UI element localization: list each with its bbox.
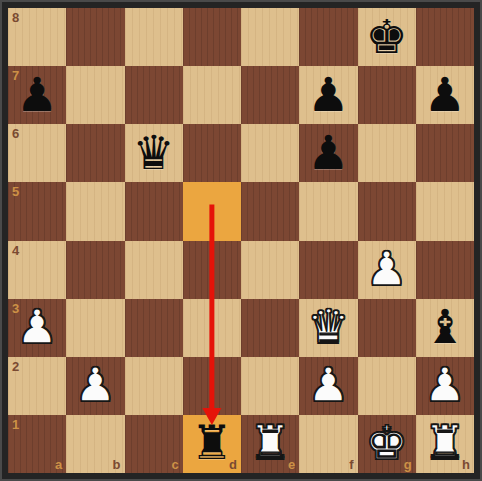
piece-white-king[interactable]: ♚ — [366, 419, 408, 466]
square-d7[interactable] — [183, 66, 241, 124]
square-b7[interactable] — [66, 66, 124, 124]
square-b4[interactable] — [66, 241, 124, 299]
piece-black-queen[interactable]: ♛ — [133, 129, 175, 176]
square-g8[interactable]: ♚ — [358, 8, 416, 66]
file-label-c: c — [172, 458, 179, 471]
square-g3[interactable] — [358, 299, 416, 357]
square-a5[interactable]: 5 — [8, 182, 66, 240]
square-b3[interactable] — [66, 299, 124, 357]
piece-black-pawn[interactable]: ♟ — [307, 71, 349, 118]
square-f5[interactable] — [299, 182, 357, 240]
square-f4[interactable] — [299, 241, 357, 299]
rank-label-1: 1 — [12, 418, 19, 431]
square-d8[interactable] — [183, 8, 241, 66]
piece-white-pawn[interactable]: ♟ — [307, 361, 349, 408]
square-h7[interactable]: ♟ — [416, 66, 474, 124]
square-f1[interactable]: f — [299, 415, 357, 473]
square-e1[interactable]: e♜ — [241, 415, 299, 473]
square-e4[interactable] — [241, 241, 299, 299]
square-a4[interactable]: 4 — [8, 241, 66, 299]
square-a8[interactable]: 8 — [8, 8, 66, 66]
square-h5[interactable] — [416, 182, 474, 240]
square-c3[interactable] — [125, 299, 183, 357]
rank-label-5: 5 — [12, 185, 19, 198]
rank-label-6: 6 — [12, 127, 19, 140]
square-a1[interactable]: 1a — [8, 415, 66, 473]
square-c6[interactable]: ♛ — [125, 124, 183, 182]
piece-white-pawn[interactable]: ♟ — [74, 361, 116, 408]
piece-white-pawn[interactable]: ♟ — [424, 361, 466, 408]
square-f7[interactable]: ♟ — [299, 66, 357, 124]
chess-board-frame: 8♚7♟♟♟6♛♟54♟3♟♛♝2♟♟♟1abcd♜e♜fg♚h♜ — [0, 0, 482, 481]
piece-white-pawn[interactable]: ♟ — [16, 303, 58, 350]
square-c7[interactable] — [125, 66, 183, 124]
square-d5[interactable] — [183, 182, 241, 240]
square-f3[interactable]: ♛ — [299, 299, 357, 357]
square-e6[interactable] — [241, 124, 299, 182]
square-a2[interactable]: 2 — [8, 357, 66, 415]
square-h6[interactable] — [416, 124, 474, 182]
piece-white-rook[interactable]: ♜ — [249, 419, 291, 466]
square-c1[interactable]: c — [125, 415, 183, 473]
square-f8[interactable] — [299, 8, 357, 66]
square-d4[interactable] — [183, 241, 241, 299]
rank-label-4: 4 — [12, 244, 19, 257]
square-b8[interactable] — [66, 8, 124, 66]
square-d1[interactable]: d♜ — [183, 415, 241, 473]
square-g1[interactable]: g♚ — [358, 415, 416, 473]
piece-black-bishop[interactable]: ♝ — [424, 303, 466, 350]
file-label-b: b — [113, 458, 121, 471]
square-h3[interactable]: ♝ — [416, 299, 474, 357]
square-g5[interactable] — [358, 182, 416, 240]
square-c4[interactable] — [125, 241, 183, 299]
square-h1[interactable]: h♜ — [416, 415, 474, 473]
piece-black-pawn[interactable]: ♟ — [307, 129, 349, 176]
square-g4[interactable]: ♟ — [358, 241, 416, 299]
piece-black-king[interactable]: ♚ — [366, 13, 408, 60]
square-a3[interactable]: 3♟ — [8, 299, 66, 357]
square-d6[interactable] — [183, 124, 241, 182]
piece-white-pawn[interactable]: ♟ — [366, 245, 408, 292]
square-h8[interactable] — [416, 8, 474, 66]
piece-black-rook[interactable]: ♜ — [191, 419, 233, 466]
piece-white-rook[interactable]: ♜ — [424, 419, 466, 466]
square-f6[interactable]: ♟ — [299, 124, 357, 182]
rank-label-2: 2 — [12, 360, 19, 373]
square-h4[interactable] — [416, 241, 474, 299]
piece-black-pawn[interactable]: ♟ — [424, 71, 466, 118]
square-h2[interactable]: ♟ — [416, 357, 474, 415]
square-b6[interactable] — [66, 124, 124, 182]
square-f2[interactable]: ♟ — [299, 357, 357, 415]
piece-white-queen[interactable]: ♛ — [307, 303, 349, 350]
piece-black-pawn[interactable]: ♟ — [16, 71, 58, 118]
square-b2[interactable]: ♟ — [66, 357, 124, 415]
square-a6[interactable]: 6 — [8, 124, 66, 182]
square-g6[interactable] — [358, 124, 416, 182]
square-e2[interactable] — [241, 357, 299, 415]
square-b1[interactable]: b — [66, 415, 124, 473]
file-label-a: a — [55, 458, 62, 471]
rank-label-8: 8 — [12, 11, 19, 24]
file-label-f: f — [349, 458, 353, 471]
square-e3[interactable] — [241, 299, 299, 357]
square-d2[interactable] — [183, 357, 241, 415]
square-g2[interactable] — [358, 357, 416, 415]
square-g7[interactable] — [358, 66, 416, 124]
square-c2[interactable] — [125, 357, 183, 415]
square-c5[interactable] — [125, 182, 183, 240]
square-d3[interactable] — [183, 299, 241, 357]
chess-board: 8♚7♟♟♟6♛♟54♟3♟♛♝2♟♟♟1abcd♜e♜fg♚h♜ — [8, 8, 474, 473]
square-e5[interactable] — [241, 182, 299, 240]
square-e7[interactable] — [241, 66, 299, 124]
square-a7[interactable]: 7♟ — [8, 66, 66, 124]
square-b5[interactable] — [66, 182, 124, 240]
square-e8[interactable] — [241, 8, 299, 66]
square-c8[interactable] — [125, 8, 183, 66]
